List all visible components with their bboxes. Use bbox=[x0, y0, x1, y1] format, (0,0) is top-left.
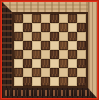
square-b5[interactable] bbox=[23, 41, 32, 50]
square-f7[interactable] bbox=[59, 23, 68, 32]
square-g1[interactable] bbox=[68, 77, 77, 86]
square-d2[interactable] bbox=[41, 68, 50, 77]
square-d1[interactable] bbox=[41, 77, 50, 86]
square-h7[interactable] bbox=[77, 23, 86, 32]
square-h3[interactable] bbox=[77, 59, 86, 68]
square-a1[interactable] bbox=[14, 77, 23, 86]
square-e5[interactable] bbox=[50, 41, 59, 50]
square-c8[interactable] bbox=[32, 14, 41, 23]
board-grid bbox=[14, 14, 86, 86]
square-a8[interactable] bbox=[14, 14, 23, 23]
square-g2[interactable] bbox=[68, 68, 77, 77]
square-d8[interactable] bbox=[41, 14, 50, 23]
square-a2[interactable] bbox=[14, 68, 23, 77]
square-h8[interactable] bbox=[77, 14, 86, 23]
square-e1[interactable] bbox=[50, 77, 59, 86]
square-c5[interactable] bbox=[32, 41, 41, 50]
square-b3[interactable] bbox=[23, 59, 32, 68]
carved-inscription bbox=[5, 90, 91, 96]
square-d7[interactable] bbox=[41, 23, 50, 32]
square-h2[interactable] bbox=[77, 68, 86, 77]
square-f8[interactable] bbox=[59, 14, 68, 23]
square-e7[interactable] bbox=[50, 23, 59, 32]
square-c2[interactable] bbox=[32, 68, 41, 77]
square-e3[interactable] bbox=[50, 59, 59, 68]
square-d3[interactable] bbox=[41, 59, 50, 68]
square-d6[interactable] bbox=[41, 32, 50, 41]
square-b8[interactable] bbox=[23, 14, 32, 23]
square-d4[interactable] bbox=[41, 50, 50, 59]
right-border-wood-strip bbox=[88, 2, 97, 98]
square-g4[interactable] bbox=[68, 50, 77, 59]
square-h1[interactable] bbox=[77, 77, 86, 86]
square-e6[interactable] bbox=[50, 32, 59, 41]
square-f4[interactable] bbox=[59, 50, 68, 59]
bottom-border-carved-strip bbox=[2, 88, 97, 98]
square-g3[interactable] bbox=[68, 59, 77, 68]
square-f5[interactable] bbox=[59, 41, 68, 50]
top-border-carved-strip bbox=[2, 2, 97, 12]
square-h4[interactable] bbox=[77, 50, 86, 59]
square-b2[interactable] bbox=[23, 68, 32, 77]
square-f6[interactable] bbox=[59, 32, 68, 41]
square-a3[interactable] bbox=[14, 59, 23, 68]
square-b7[interactable] bbox=[23, 23, 32, 32]
square-g8[interactable] bbox=[68, 14, 77, 23]
square-g6[interactable] bbox=[68, 32, 77, 41]
square-c1[interactable] bbox=[32, 77, 41, 86]
square-f1[interactable] bbox=[59, 77, 68, 86]
square-d5[interactable] bbox=[41, 41, 50, 50]
left-border-carved-strip bbox=[2, 2, 12, 98]
square-e4[interactable] bbox=[50, 50, 59, 59]
square-g5[interactable] bbox=[68, 41, 77, 50]
square-c6[interactable] bbox=[32, 32, 41, 41]
square-b6[interactable] bbox=[23, 32, 32, 41]
square-b1[interactable] bbox=[23, 77, 32, 86]
board-photo bbox=[0, 0, 99, 100]
square-g7[interactable] bbox=[68, 23, 77, 32]
square-e2[interactable] bbox=[50, 68, 59, 77]
square-h6[interactable] bbox=[77, 32, 86, 41]
square-a4[interactable] bbox=[14, 50, 23, 59]
square-c7[interactable] bbox=[32, 23, 41, 32]
square-e8[interactable] bbox=[50, 14, 59, 23]
square-a6[interactable] bbox=[14, 32, 23, 41]
square-f3[interactable] bbox=[59, 59, 68, 68]
square-b4[interactable] bbox=[23, 50, 32, 59]
square-c4[interactable] bbox=[32, 50, 41, 59]
square-a5[interactable] bbox=[14, 41, 23, 50]
board-frame bbox=[12, 12, 88, 88]
square-c3[interactable] bbox=[32, 59, 41, 68]
square-f2[interactable] bbox=[59, 68, 68, 77]
square-a7[interactable] bbox=[14, 23, 23, 32]
square-h5[interactable] bbox=[77, 41, 86, 50]
